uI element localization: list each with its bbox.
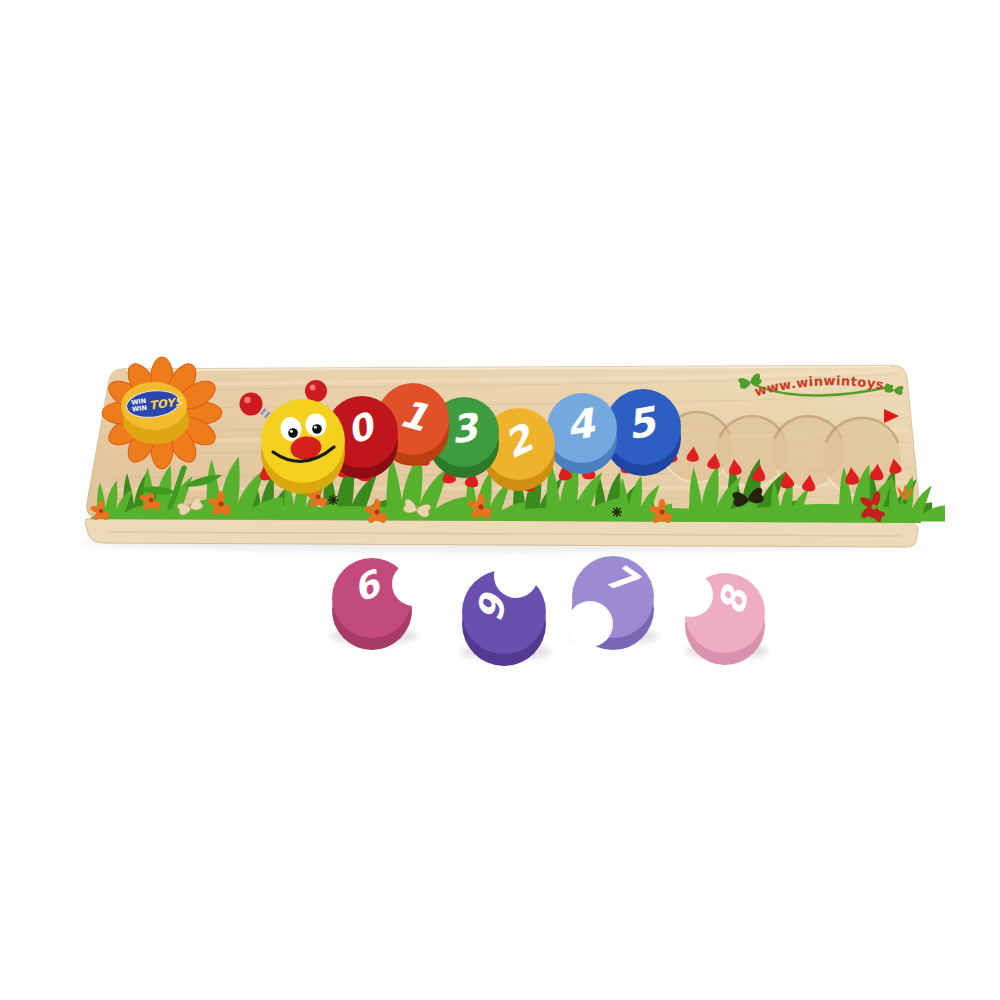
board-side-face — [86, 519, 919, 547]
website-print: www.winwintoys.com — [0, 0, 904, 399]
puzzle-illustration: WIN WIN TOYS www.winwintoys.com 5 4 2 3 — [0, 0, 1000, 1000]
brand-logo-disc: WIN WIN TOYS — [121, 382, 189, 444]
loose-piece-8[interactable]: 8 — [669, 573, 765, 665]
loose-piece-6[interactable]: 6 — [332, 558, 436, 650]
black-asterisk-flower-icon — [328, 495, 338, 505]
loose-piece-7[interactable]: 7 — [567, 554, 654, 650]
website-url: www.winwintoys.com — [0, 0, 891, 399]
black-asterisk-flower-icon — [612, 507, 622, 517]
loose-piece-9[interactable]: 9 — [462, 554, 546, 666]
product-photo-scene: WIN WIN TOYS www.winwintoys.com 5 4 2 3 — [0, 0, 1000, 1000]
piece-4[interactable]: 4 — [547, 393, 617, 474]
loose-pieces: 6 9 7 8 — [330, 554, 769, 666]
svg-text:www.winwintoys.com: www.winwintoys.com — [0, 0, 891, 399]
